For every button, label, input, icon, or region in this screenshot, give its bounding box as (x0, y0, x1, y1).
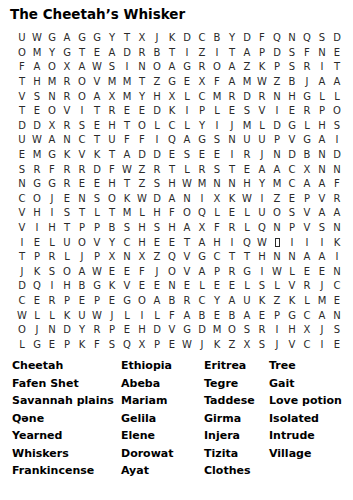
grid-cell: V (15, 206, 30, 221)
grid-cell: H (150, 206, 165, 221)
grid-cell: I (135, 308, 150, 323)
grid-cell: W (180, 337, 195, 352)
grid-cell: V (165, 322, 180, 337)
grid-cell: I (300, 235, 315, 250)
grid-cell: G (165, 74, 180, 89)
grid-cell: T (165, 162, 180, 177)
grid-cell: W (90, 308, 105, 323)
grid-cell: E (210, 147, 225, 162)
grid-cell: D (270, 45, 285, 60)
grid-cell: C (120, 235, 135, 250)
grid-cell: B (195, 308, 210, 323)
grid-cell: H (150, 89, 165, 104)
grid-cell: J (150, 31, 165, 46)
grid-cell: S (180, 147, 195, 162)
grid-cell: I (75, 103, 90, 118)
grid-cell: P (270, 60, 285, 75)
grid-cell: A (315, 133, 330, 148)
grid-cell: J (105, 308, 120, 323)
grid-cell: S (105, 337, 120, 352)
grid-cell: P (315, 103, 330, 118)
grid-cell: K (255, 60, 270, 75)
grid-cell: N (330, 264, 345, 279)
grid-cell: V (60, 103, 75, 118)
grid-cell: R (225, 220, 240, 235)
grid-cell: F (210, 74, 225, 89)
grid-cell: C (15, 293, 30, 308)
word-list-item: Gelila (121, 410, 174, 428)
grid-cell: R (60, 162, 75, 177)
grid-cell: V (285, 279, 300, 294)
grid-cell: D (15, 279, 30, 294)
grid-cell: Y (210, 293, 225, 308)
grid-cell: M (315, 293, 330, 308)
grid-cell: S (45, 264, 60, 279)
grid-cell: T (75, 45, 90, 60)
grid-cell: L (240, 206, 255, 221)
word-list-item: Fafen Shet (12, 375, 114, 393)
grid-cell: A (330, 74, 345, 89)
word-list-item: Abeba (121, 375, 174, 393)
grid-cell: Z (195, 45, 210, 60)
grid-cell: N (180, 191, 195, 206)
grid-cell: K (165, 103, 180, 118)
grid-cell: H (135, 235, 150, 250)
grid-cell: B (150, 45, 165, 60)
grid-cell: Z (270, 293, 285, 308)
word-list-item: Village (269, 445, 342, 463)
grid-cell: L (330, 89, 345, 104)
grid-cell: L (150, 118, 165, 133)
grid-cell: V (255, 103, 270, 118)
grid-cell: P (90, 249, 105, 264)
grid-cell: N (330, 308, 345, 323)
grid-cell: Z (135, 176, 150, 191)
grid-cell: E (225, 206, 240, 221)
grid-cell: S (105, 60, 120, 75)
grid-cell: A (225, 60, 240, 75)
grid-cell: A (240, 45, 255, 60)
grid-cell: L (210, 103, 225, 118)
grid-cell: X (135, 249, 150, 264)
grid-cell: C (15, 191, 30, 206)
grid-cell: I (315, 235, 330, 250)
grid-cell: N (210, 176, 225, 191)
grid-cell: P (75, 220, 90, 235)
grid-cell: C (195, 89, 210, 104)
grid-cell: J (270, 337, 285, 352)
grid-cell: L (15, 337, 30, 352)
grid-cell: J (225, 118, 240, 133)
grid-cell: T (15, 249, 30, 264)
grid-cell: A (195, 264, 210, 279)
grid-cell: I (255, 191, 270, 206)
grid-cell: W (255, 235, 270, 250)
word-list-column: CheetahFafen ShetSavannah plainsQəneYear… (12, 357, 114, 480)
grid-cell: A (150, 293, 165, 308)
grid-cell: F (45, 162, 60, 177)
grid-cell: H (285, 322, 300, 337)
grid-cell: L (30, 308, 45, 323)
grid-cell: O (180, 206, 195, 221)
grid-cell: H (60, 279, 75, 294)
grid-cell: X (195, 74, 210, 89)
grid-cell: L (45, 308, 60, 323)
grid-cell: I (255, 264, 270, 279)
grid-cell: G (75, 31, 90, 46)
grid-cell: G (30, 176, 45, 191)
grid-cell: K (165, 31, 180, 46)
grid-cell: L (180, 162, 195, 177)
grid-cell: W (90, 264, 105, 279)
grid-cell: F (300, 45, 315, 60)
grid-cell: D (330, 31, 345, 46)
grid-cell: I (330, 133, 345, 148)
grid-cell: T (120, 176, 135, 191)
grid-cell: O (60, 264, 75, 279)
grid-cell: A (75, 264, 90, 279)
grid-cell: T (105, 206, 120, 221)
grid-cell: N (165, 279, 180, 294)
grid-cell: W (135, 191, 150, 206)
grid-cell: O (330, 103, 345, 118)
grid-cell: R (195, 162, 210, 177)
grid-cell: X (105, 249, 120, 264)
grid-cell: D (135, 147, 150, 162)
grid-cell: B (105, 220, 120, 235)
grid-cell: M (30, 45, 45, 60)
grid-cell: I (315, 60, 330, 75)
grid-cell: V (300, 206, 315, 221)
grid-cell: E (150, 279, 165, 294)
grid-cell: M (45, 74, 60, 89)
grid-cell: R (300, 279, 315, 294)
grid-cell: K (255, 293, 270, 308)
grid-cell: I (225, 147, 240, 162)
grid-cell: M (120, 74, 135, 89)
grid-cell: X (240, 337, 255, 352)
grid-cell: E (15, 147, 30, 162)
grid-cell: E (30, 235, 45, 250)
word-list-item: Injera (204, 427, 255, 445)
grid-cell: Z (270, 74, 285, 89)
grid-cell: N (285, 31, 300, 46)
grid-cell: P (270, 308, 285, 323)
grid-cell: A (30, 60, 45, 75)
grid-cell: W (255, 74, 270, 89)
grid-cell: S (240, 103, 255, 118)
grid-cell: A (225, 74, 240, 89)
grid-cell: E (120, 322, 135, 337)
grid-cell: J (315, 279, 330, 294)
grid-cell: R (135, 45, 150, 60)
grid-cell: Q (120, 337, 135, 352)
grid-cell: A (165, 191, 180, 206)
word-list-item: Tizita (204, 445, 255, 463)
grid-cell: Y (75, 322, 90, 337)
grid-cell: Q (300, 31, 315, 46)
grid-cell: P (90, 293, 105, 308)
grid-cell: O (30, 191, 45, 206)
grid-cell: V (285, 337, 300, 352)
grid-cell: T (165, 45, 180, 60)
grid-cell: G (45, 176, 60, 191)
grid-cell: R (30, 162, 45, 177)
grid-cell: E (195, 147, 210, 162)
grid-cell: K (90, 147, 105, 162)
grid-cell: X (135, 31, 150, 46)
grid-cell: W (240, 191, 255, 206)
grid-cell: N (285, 249, 300, 264)
grid-cell: O (225, 322, 240, 337)
grid-cell: U (75, 308, 90, 323)
grid-cell: R (45, 293, 60, 308)
grid-cell: E (165, 147, 180, 162)
grid-cell: L (195, 279, 210, 294)
grid-cell: I (195, 191, 210, 206)
grid-cell: Q (165, 133, 180, 148)
grid-cell: L (240, 220, 255, 235)
grid-cell: E (75, 293, 90, 308)
grid-cell: L (300, 118, 315, 133)
grid-cell: O (75, 89, 90, 104)
grid-cell: V (75, 147, 90, 162)
grid-cell: W (30, 133, 45, 148)
grid-cell: N (15, 176, 30, 191)
grid-cell: I (285, 235, 300, 250)
grid-cell: T (120, 31, 135, 46)
grid-cell: R (300, 60, 315, 75)
grid-cell: G (120, 293, 135, 308)
grid-cell: S (285, 206, 300, 221)
grid-cell: V (15, 220, 30, 235)
grid-cell: N (270, 249, 285, 264)
grid-cell: I (30, 220, 45, 235)
word-list-column: EritreaTegreTaddeseGirmaInjeraTizitaClot… (204, 357, 255, 480)
grid-cell: T (180, 235, 195, 250)
grid-cell: Z (150, 74, 165, 89)
grid-cell: G (180, 60, 195, 75)
grid-cell: N (270, 220, 285, 235)
grid-cell: L (240, 279, 255, 294)
grid-cell: W (120, 162, 135, 177)
grid-cell: E (285, 191, 300, 206)
word-list-item: Eritrea (204, 357, 255, 375)
grid-cell: N (75, 191, 90, 206)
grid-cell: F (120, 133, 135, 148)
grid-cell: D (195, 322, 210, 337)
grid-cell: P (150, 337, 165, 352)
grid-cell: V (90, 235, 105, 250)
grid-cell: U (60, 235, 75, 250)
grid-cell: I (225, 235, 240, 250)
grid-cell: T (75, 206, 90, 221)
grid-cell: D (15, 118, 30, 133)
grid-cell: I (45, 206, 60, 221)
grid-cell: R (330, 191, 345, 206)
grid-cell: P (270, 133, 285, 148)
word-list-item: Ethiopia (121, 357, 174, 375)
grid-cell: M (210, 89, 225, 104)
grid-cell: B (225, 308, 240, 323)
grid-cell: R (300, 103, 315, 118)
grid-cell: E (165, 337, 180, 352)
grid-cell: U (240, 293, 255, 308)
grid-cell: U (15, 133, 30, 148)
grid-cell: A (315, 176, 330, 191)
grid-cell: E (225, 103, 240, 118)
grid-cell: J (315, 322, 330, 337)
grid-cell: O (75, 235, 90, 250)
grid-cell: M (240, 118, 255, 133)
grid-cell: X (105, 89, 120, 104)
grid-cell: O (135, 293, 150, 308)
grid-cell: S (60, 206, 75, 221)
grid-cell: G (285, 118, 300, 133)
grid-cell: J (30, 322, 45, 337)
grid-cell: E (210, 308, 225, 323)
grid-cell: I (330, 249, 345, 264)
word-list-item: Intrude (269, 427, 342, 445)
grid-cell: K (105, 279, 120, 294)
grid-cell: L (315, 89, 330, 104)
grid-cell: A (255, 162, 270, 177)
grid-cell: H (135, 220, 150, 235)
grid-cell: F (330, 176, 345, 191)
grid-cell: E (315, 264, 330, 279)
grid-cell: K (30, 264, 45, 279)
grid-cell: T (135, 74, 150, 89)
grid-cell: R (240, 147, 255, 162)
grid-cell: A (315, 308, 330, 323)
grid-cell: P (285, 220, 300, 235)
grid-cell: J (255, 147, 270, 162)
grid-cell: F (255, 31, 270, 46)
grid-cell: H (285, 89, 300, 104)
grid-cell: G (180, 322, 195, 337)
grid-cell: M (120, 89, 135, 104)
word-list-item: Whiskers (12, 445, 114, 463)
grid-cell: V (180, 264, 195, 279)
grid-cell: E (105, 293, 120, 308)
grid-cell: H (165, 176, 180, 191)
grid-cell: S (330, 118, 345, 133)
word-list-item: Clothes (204, 462, 255, 480)
grid-cell: J (75, 249, 90, 264)
grid-cell: W (15, 308, 30, 323)
grid-cell: J (300, 74, 315, 89)
grid-cell: S (210, 162, 225, 177)
grid-cell: X (45, 118, 60, 133)
grid-cell: R (195, 60, 210, 75)
grid-cell: I (210, 45, 225, 60)
grid-cell: I (210, 118, 225, 133)
grid-cell: E (105, 264, 120, 279)
grid-cell: N (330, 220, 345, 235)
grid-cell: K (60, 147, 75, 162)
grid-cell: Y (195, 118, 210, 133)
grid-cell: I (180, 45, 195, 60)
grid-cell: G (285, 308, 300, 323)
grid-cell: V (15, 89, 30, 104)
grid-cell: V (315, 191, 330, 206)
grid-cell: P (105, 322, 120, 337)
grid-cell: D (150, 103, 165, 118)
grid-cell: O (135, 118, 150, 133)
grid-cell: T (225, 249, 240, 264)
grid-cell: A (300, 176, 315, 191)
grid-cell: D (150, 191, 165, 206)
grid-cell: C (330, 279, 345, 294)
grid-cell: T (120, 118, 135, 133)
grid-cell: M (240, 74, 255, 89)
grid-cell: R (60, 176, 75, 191)
grid-cell: H (30, 206, 45, 221)
grid-cell: A (45, 133, 60, 148)
word-list-column: TreeGaitLove potionIsolatedIntrudeVillag… (269, 357, 342, 462)
grid-cell: E (90, 118, 105, 133)
word-list: CheetahFafen ShetSavannah plainsQəneYear… (0, 357, 353, 500)
grid-cell: D (270, 118, 285, 133)
word-list-column: EthiopiaAbebaMariamGelilaEleneDorowatAya… (121, 357, 174, 480)
grid-cell: M (195, 176, 210, 191)
grid-cell: F (15, 60, 30, 75)
grid-cell: I (45, 279, 60, 294)
grid-cell: X (210, 191, 225, 206)
grid-cell: D (60, 322, 75, 337)
grid-cell: S (315, 31, 330, 46)
grid-cell: P (210, 264, 225, 279)
grid-cell: V (180, 249, 195, 264)
grid-cell: E (120, 264, 135, 279)
grid-cell: A (225, 293, 240, 308)
word-list-item: Cheetah (12, 357, 114, 375)
grid-cell: G (195, 249, 210, 264)
word-list-item: Qəne (12, 410, 114, 428)
grid-cell: B (210, 31, 225, 46)
grid-cell: X (300, 162, 315, 177)
grid-cell: S (75, 118, 90, 133)
missing-glyph-box (275, 238, 280, 247)
grid-cell: B (165, 293, 180, 308)
grid-cell: A (165, 60, 180, 75)
grid-cell: I (315, 337, 330, 352)
grid-cell: E (135, 279, 150, 294)
grid-cell: K (330, 235, 345, 250)
grid-cell: Q (195, 206, 210, 221)
grid-cell: H (315, 118, 330, 133)
word-list-item: Yearned (12, 427, 114, 445)
grid-cell: E (75, 176, 90, 191)
grid-cell: S (255, 337, 270, 352)
grid-cell: O (45, 60, 60, 75)
grid-cell: E (90, 176, 105, 191)
grid-cell: N (60, 133, 75, 148)
grid-cell: V (120, 279, 135, 294)
grid-cell: H (135, 322, 150, 337)
grid-cell: N (315, 45, 330, 60)
grid-cell: L (255, 118, 270, 133)
grid-cell: N (315, 162, 330, 177)
grid-cell: A (120, 147, 135, 162)
grid-cell: A (315, 206, 330, 221)
grid-cell: A (180, 220, 195, 235)
grid-cell: P (300, 191, 315, 206)
grid-cell: E (225, 279, 240, 294)
grid-cell: E (330, 45, 345, 60)
grid-cell: N (45, 322, 60, 337)
grid-cell: P (30, 249, 45, 264)
